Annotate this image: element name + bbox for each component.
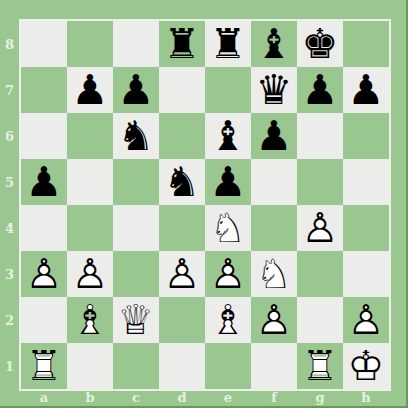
piece-black-pawn-b7[interactable]: ♟ <box>67 67 113 113</box>
square-f6[interactable]: ♟ <box>251 113 297 159</box>
piece-black-pawn-g7[interactable]: ♟ <box>297 67 343 113</box>
square-f1[interactable] <box>251 343 297 389</box>
file-label-h: h <box>343 389 389 406</box>
square-b4[interactable] <box>67 205 113 251</box>
square-c8[interactable] <box>113 21 159 67</box>
rank-label-4: 4 <box>0 205 19 251</box>
white-pawn-outline: ♙ <box>210 254 247 295</box>
white-pawn-outline: ♙ <box>72 254 109 295</box>
square-f8[interactable]: ♝ <box>251 21 297 67</box>
square-h1[interactable]: ♚♔ <box>343 343 389 389</box>
black-pawn-glyph: ♟ <box>72 70 109 111</box>
piece-white-bishop-e2[interactable]: ♝♗ <box>205 297 251 343</box>
square-h6[interactable] <box>343 113 389 159</box>
square-a7[interactable] <box>21 67 67 113</box>
square-c5[interactable] <box>113 159 159 205</box>
square-b2[interactable]: ♝♗ <box>67 297 113 343</box>
square-a2[interactable] <box>21 297 67 343</box>
square-f7[interactable]: ♛ <box>251 67 297 113</box>
piece-white-pawn-d3[interactable]: ♟♙ <box>159 251 205 297</box>
square-a6[interactable] <box>21 113 67 159</box>
white-bishop-outline: ♗ <box>210 300 247 341</box>
square-b7[interactable]: ♟ <box>67 67 113 113</box>
white-king-outline: ♔ <box>348 346 385 387</box>
square-g7[interactable]: ♟ <box>297 67 343 113</box>
piece-white-bishop-b2[interactable]: ♝♗ <box>67 297 113 343</box>
file-label-g: g <box>297 389 343 406</box>
black-pawn-glyph: ♟ <box>256 116 293 157</box>
square-h2[interactable]: ♟♙ <box>343 297 389 343</box>
square-b5[interactable] <box>67 159 113 205</box>
piece-white-pawn-a3[interactable]: ♟♙ <box>21 251 67 297</box>
rank-label-2: 2 <box>0 297 19 343</box>
square-f2[interactable]: ♟♙ <box>251 297 297 343</box>
black-pawn-glyph: ♟ <box>302 70 339 111</box>
rank-label-1: 1 <box>0 343 19 389</box>
square-c3[interactable] <box>113 251 159 297</box>
white-knight-outline: ♘ <box>256 254 293 295</box>
square-e8[interactable]: ♜ <box>205 21 251 67</box>
chess-board: ♜♜♝♚♟♟♛♟♟♞♝♟♟♞♟♞♘♟♙♟♙♟♙♟♙♟♙♞♘♝♗♛♕♝♗♟♙♟♙♜… <box>19 19 391 391</box>
square-g4[interactable]: ♟♙ <box>297 205 343 251</box>
white-pawn-outline: ♙ <box>26 254 63 295</box>
black-rook-glyph: ♜ <box>164 24 201 65</box>
square-c4[interactable] <box>113 205 159 251</box>
white-bishop-outline: ♗ <box>72 300 109 341</box>
black-pawn-glyph: ♟ <box>210 162 247 203</box>
file-label-a: a <box>21 389 67 406</box>
piece-black-pawn-a5[interactable]: ♟ <box>21 159 67 205</box>
white-pawn-outline: ♙ <box>164 254 201 295</box>
square-d3[interactable]: ♟♙ <box>159 251 205 297</box>
black-knight-glyph: ♞ <box>164 162 201 203</box>
square-b3[interactable]: ♟♙ <box>67 251 113 297</box>
piece-white-knight-f3[interactable]: ♞♘ <box>251 251 297 297</box>
white-pawn-outline: ♙ <box>302 208 339 249</box>
piece-black-rook-d8[interactable]: ♜ <box>159 21 205 67</box>
rank-label-6: 6 <box>0 113 19 159</box>
black-bishop-glyph: ♝ <box>210 116 247 157</box>
square-e3[interactable]: ♟♙ <box>205 251 251 297</box>
rank-labels: 87654321 <box>0 21 19 389</box>
square-g6[interactable] <box>297 113 343 159</box>
black-king-glyph: ♚ <box>302 24 339 65</box>
square-e2[interactable]: ♝♗ <box>205 297 251 343</box>
square-d8[interactable]: ♜ <box>159 21 205 67</box>
square-b1[interactable] <box>67 343 113 389</box>
piece-black-bishop-f8[interactable]: ♝ <box>251 21 297 67</box>
file-label-d: d <box>159 389 205 406</box>
piece-white-knight-e4[interactable]: ♞♘ <box>205 205 251 251</box>
square-a4[interactable] <box>21 205 67 251</box>
white-queen-outline: ♕ <box>118 300 155 341</box>
square-f4[interactable] <box>251 205 297 251</box>
black-pawn-glyph: ♟ <box>118 70 155 111</box>
file-label-e: e <box>205 389 251 406</box>
white-rook-outline: ♖ <box>302 346 339 387</box>
square-a8[interactable] <box>21 21 67 67</box>
square-h4[interactable] <box>343 205 389 251</box>
piece-black-king-g8[interactable]: ♚ <box>297 21 343 67</box>
piece-white-pawn-g4[interactable]: ♟♙ <box>297 205 343 251</box>
black-rook-glyph: ♜ <box>210 24 247 65</box>
square-f3[interactable]: ♞♘ <box>251 251 297 297</box>
square-h7[interactable]: ♟ <box>343 67 389 113</box>
piece-black-knight-c6[interactable]: ♞ <box>113 113 159 159</box>
square-c7[interactable]: ♟ <box>113 67 159 113</box>
piece-black-bishop-e6[interactable]: ♝ <box>205 113 251 159</box>
white-pawn-outline: ♙ <box>256 300 293 341</box>
piece-white-queen-c2[interactable]: ♛♕ <box>113 297 159 343</box>
piece-black-pawn-h7[interactable]: ♟ <box>343 67 389 113</box>
square-d5[interactable]: ♞ <box>159 159 205 205</box>
file-label-b: b <box>67 389 113 406</box>
square-d4[interactable] <box>159 205 205 251</box>
square-a3[interactable]: ♟♙ <box>21 251 67 297</box>
piece-white-pawn-e3[interactable]: ♟♙ <box>205 251 251 297</box>
piece-black-rook-e8[interactable]: ♜ <box>205 21 251 67</box>
square-a1[interactable]: ♜♖ <box>21 343 67 389</box>
rank-label-7: 7 <box>0 67 19 113</box>
file-labels: abcdefgh <box>21 389 389 406</box>
square-b6[interactable] <box>67 113 113 159</box>
rank-label-5: 5 <box>0 159 19 205</box>
square-d1[interactable] <box>159 343 205 389</box>
square-g3[interactable] <box>297 251 343 297</box>
piece-black-pawn-c7[interactable]: ♟ <box>113 67 159 113</box>
square-d6[interactable] <box>159 113 205 159</box>
square-e6[interactable]: ♝ <box>205 113 251 159</box>
piece-black-pawn-e5[interactable]: ♟ <box>205 159 251 205</box>
black-pawn-glyph: ♟ <box>348 70 385 111</box>
square-e4[interactable]: ♞♘ <box>205 205 251 251</box>
piece-white-rook-g1[interactable]: ♜♖ <box>297 343 343 389</box>
piece-white-king-h1[interactable]: ♚♔ <box>343 343 389 389</box>
piece-white-pawn-b3[interactable]: ♟♙ <box>67 251 113 297</box>
white-knight-outline: ♘ <box>210 208 247 249</box>
white-pawn-outline: ♙ <box>348 300 385 341</box>
square-d2[interactable] <box>159 297 205 343</box>
black-knight-glyph: ♞ <box>118 116 155 157</box>
square-g2[interactable] <box>297 297 343 343</box>
square-g1[interactable]: ♜♖ <box>297 343 343 389</box>
white-rook-outline: ♖ <box>26 346 63 387</box>
square-g8[interactable]: ♚ <box>297 21 343 67</box>
piece-black-pawn-f6[interactable]: ♟ <box>251 113 297 159</box>
piece-black-knight-d5[interactable]: ♞ <box>159 159 205 205</box>
square-c6[interactable]: ♞ <box>113 113 159 159</box>
chess-board-diagram: 87654321 abcdefgh ♜♜♝♚♟♟♛♟♟♞♝♟♟♞♟♞♘♟♙♟♙♟… <box>0 0 408 408</box>
piece-white-pawn-h2[interactable]: ♟♙ <box>343 297 389 343</box>
piece-white-pawn-f2[interactable]: ♟♙ <box>251 297 297 343</box>
black-pawn-glyph: ♟ <box>26 162 63 203</box>
rank-label-3: 3 <box>0 251 19 297</box>
square-g5[interactable] <box>297 159 343 205</box>
piece-black-queen-f7[interactable]: ♛ <box>251 67 297 113</box>
rank-label-8: 8 <box>0 21 19 67</box>
square-e7[interactable] <box>205 67 251 113</box>
square-h3[interactable] <box>343 251 389 297</box>
square-d7[interactable] <box>159 67 205 113</box>
square-f5[interactable] <box>251 159 297 205</box>
square-c1[interactable] <box>113 343 159 389</box>
square-a5[interactable]: ♟ <box>21 159 67 205</box>
black-queen-glyph: ♛ <box>256 70 293 111</box>
square-b8[interactable] <box>67 21 113 67</box>
square-h8[interactable] <box>343 21 389 67</box>
file-label-c: c <box>113 389 159 406</box>
square-e1[interactable] <box>205 343 251 389</box>
piece-white-rook-a1[interactable]: ♜♖ <box>21 343 67 389</box>
square-e5[interactable]: ♟ <box>205 159 251 205</box>
square-c2[interactable]: ♛♕ <box>113 297 159 343</box>
square-h5[interactable] <box>343 159 389 205</box>
black-bishop-glyph: ♝ <box>256 24 293 65</box>
file-label-f: f <box>251 389 297 406</box>
